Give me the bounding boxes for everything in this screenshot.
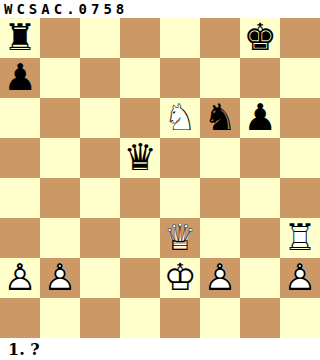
square-c2[interactable] <box>80 258 120 298</box>
white-king[interactable]: ♚♔ <box>160 258 200 298</box>
square-b4[interactable] <box>40 178 80 218</box>
square-b8[interactable] <box>40 18 80 58</box>
square-b5[interactable] <box>40 138 80 178</box>
square-h7[interactable] <box>280 58 320 98</box>
square-h6[interactable] <box>280 98 320 138</box>
square-g2[interactable] <box>240 258 280 298</box>
square-g8[interactable]: ♚ <box>240 18 280 58</box>
square-e7[interactable] <box>160 58 200 98</box>
square-f8[interactable] <box>200 18 240 58</box>
square-f2[interactable]: ♟♙ <box>200 258 240 298</box>
square-d5[interactable]: ♛ <box>120 138 160 178</box>
square-b7[interactable] <box>40 58 80 98</box>
square-e3[interactable]: ♛♕ <box>160 218 200 258</box>
white-pawn[interactable]: ♟♙ <box>200 258 240 298</box>
square-e4[interactable] <box>160 178 200 218</box>
square-a2[interactable]: ♟♙ <box>0 258 40 298</box>
square-h8[interactable] <box>280 18 320 58</box>
square-f1[interactable] <box>200 298 240 338</box>
square-f5[interactable] <box>200 138 240 178</box>
square-a3[interactable] <box>0 218 40 258</box>
square-h1[interactable] <box>280 298 320 338</box>
square-a1[interactable] <box>0 298 40 338</box>
black-king[interactable]: ♚ <box>240 18 280 58</box>
square-e8[interactable] <box>160 18 200 58</box>
square-f3[interactable] <box>200 218 240 258</box>
square-c3[interactable] <box>80 218 120 258</box>
piece-outline: ♖ <box>283 218 316 258</box>
square-b3[interactable] <box>40 218 80 258</box>
black-pawn[interactable]: ♟ <box>0 58 40 98</box>
square-f7[interactable] <box>200 58 240 98</box>
square-d8[interactable] <box>120 18 160 58</box>
square-d2[interactable] <box>120 258 160 298</box>
square-c8[interactable] <box>80 18 120 58</box>
square-g5[interactable] <box>240 138 280 178</box>
white-rook[interactable]: ♜♖ <box>280 218 320 258</box>
black-pawn[interactable]: ♟ <box>240 98 280 138</box>
square-g6[interactable]: ♟ <box>240 98 280 138</box>
square-d6[interactable] <box>120 98 160 138</box>
square-d1[interactable] <box>120 298 160 338</box>
square-f4[interactable] <box>200 178 240 218</box>
square-g4[interactable] <box>240 178 280 218</box>
chess-diagram-page: WCSAC.0758 ♜♚♟♞♘♞♟♛♛♕♜♖♟♙♟♙♚♔♟♙♟♙ 1. ? <box>0 0 320 360</box>
square-g1[interactable] <box>240 298 280 338</box>
square-b6[interactable] <box>40 98 80 138</box>
piece-outline: ♕ <box>163 218 196 258</box>
piece-outline: ♙ <box>203 258 236 298</box>
black-knight[interactable]: ♞ <box>200 98 240 138</box>
square-a4[interactable] <box>0 178 40 218</box>
square-f6[interactable]: ♞ <box>200 98 240 138</box>
square-g7[interactable] <box>240 58 280 98</box>
piece-outline: ♔ <box>163 258 196 298</box>
white-pawn[interactable]: ♟♙ <box>280 258 320 298</box>
white-pawn[interactable]: ♟♙ <box>40 258 80 298</box>
piece-outline: ♘ <box>163 98 196 138</box>
piece-outline: ♙ <box>283 258 316 298</box>
square-h4[interactable] <box>280 178 320 218</box>
square-a7[interactable]: ♟ <box>0 58 40 98</box>
square-b1[interactable] <box>40 298 80 338</box>
piece-outline: ♙ <box>43 258 76 298</box>
square-h5[interactable] <box>280 138 320 178</box>
square-e1[interactable] <box>160 298 200 338</box>
square-a8[interactable]: ♜ <box>0 18 40 58</box>
move-prompt: 1. ? <box>0 338 320 360</box>
white-queen[interactable]: ♛♕ <box>160 218 200 258</box>
black-queen[interactable]: ♛ <box>120 138 160 178</box>
chess-board: ♜♚♟♞♘♞♟♛♛♕♜♖♟♙♟♙♚♔♟♙♟♙ <box>0 18 320 338</box>
black-rook[interactable]: ♜ <box>0 18 40 58</box>
white-pawn[interactable]: ♟♙ <box>0 258 40 298</box>
square-b2[interactable]: ♟♙ <box>40 258 80 298</box>
square-c5[interactable] <box>80 138 120 178</box>
square-g3[interactable] <box>240 218 280 258</box>
square-h3[interactable]: ♜♖ <box>280 218 320 258</box>
square-c4[interactable] <box>80 178 120 218</box>
square-a6[interactable] <box>0 98 40 138</box>
square-a5[interactable] <box>0 138 40 178</box>
square-c7[interactable] <box>80 58 120 98</box>
square-h2[interactable]: ♟♙ <box>280 258 320 298</box>
square-c1[interactable] <box>80 298 120 338</box>
square-e5[interactable] <box>160 138 200 178</box>
square-d7[interactable] <box>120 58 160 98</box>
puzzle-title: WCSAC.0758 <box>0 0 320 18</box>
square-d3[interactable] <box>120 218 160 258</box>
square-d4[interactable] <box>120 178 160 218</box>
square-e6[interactable]: ♞♘ <box>160 98 200 138</box>
piece-outline: ♙ <box>3 258 36 298</box>
white-knight[interactable]: ♞♘ <box>160 98 200 138</box>
square-c6[interactable] <box>80 98 120 138</box>
square-e2[interactable]: ♚♔ <box>160 258 200 298</box>
